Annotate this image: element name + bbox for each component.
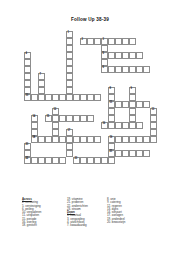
grid-blank: [101, 80, 108, 87]
grid-blank: [24, 122, 31, 129]
grid-cell[interactable]: 23: [73, 157, 80, 164]
grid-blank: [115, 94, 122, 101]
grid-blank: [87, 129, 94, 136]
cell-number: 19: [109, 137, 112, 140]
grid-cell[interactable]: [150, 115, 157, 122]
grid-blank: [24, 31, 31, 38]
cell-number: 7: [39, 74, 40, 77]
grid-cell[interactable]: [66, 87, 73, 94]
grid-blank: [31, 66, 38, 73]
grid-blank: [94, 115, 101, 122]
grid-blank: [87, 108, 94, 115]
grid-blank: [17, 101, 24, 108]
grid-cell[interactable]: [129, 38, 136, 45]
grid-blank: [122, 94, 129, 101]
grid-blank: [17, 38, 24, 45]
grid-cell[interactable]: 9: [129, 87, 136, 94]
grid-blank: [59, 73, 66, 80]
grid-blank: [80, 101, 87, 108]
cell-number: 20: [25, 144, 28, 147]
grid-blank: [80, 45, 87, 52]
grid-cell[interactable]: [129, 150, 136, 157]
grid-cell[interactable]: [24, 73, 31, 80]
grid-cell[interactable]: 22: [24, 157, 31, 164]
grid-blank: [143, 143, 150, 150]
grid-cell[interactable]: [108, 115, 115, 122]
grid-blank: [73, 108, 80, 115]
grid-blank: [59, 87, 66, 94]
grid-cell[interactable]: [129, 108, 136, 115]
grid-blank: [136, 115, 143, 122]
grid-cell[interactable]: [45, 94, 52, 101]
grid-cell[interactable]: 8: [108, 87, 115, 94]
grid-blank: [52, 31, 59, 38]
grid-blank: [17, 108, 24, 115]
grid-blank: [66, 101, 73, 108]
grid-cell[interactable]: [150, 136, 157, 143]
grid-blank: [129, 59, 136, 66]
grid-cell[interactable]: [108, 157, 115, 164]
cell-number: 1: [67, 32, 68, 35]
grid-cell[interactable]: [94, 157, 101, 164]
grid-cell[interactable]: [45, 136, 52, 143]
grid-blank: [150, 73, 157, 80]
grid-blank: [17, 143, 24, 150]
grid-cell[interactable]: [108, 94, 115, 101]
grid-cell[interactable]: [80, 136, 87, 143]
grid-blank: [87, 87, 94, 94]
grid-blank: [31, 45, 38, 52]
grid-blank: [45, 73, 52, 80]
grid-blank: [136, 87, 143, 94]
cell-number: 13: [151, 109, 154, 112]
grid-cell[interactable]: [136, 101, 143, 108]
grid-blank: [45, 143, 52, 150]
grid-blank: [150, 101, 157, 108]
grid-cell[interactable]: [115, 66, 122, 73]
grid-cell[interactable]: 3: [101, 38, 108, 45]
grid-blank: [129, 129, 136, 136]
grid-blank: [31, 87, 38, 94]
grid-cell[interactable]: [129, 94, 136, 101]
grid-cell[interactable]: [38, 94, 45, 101]
grid-cell[interactable]: [101, 59, 108, 66]
cell-number: 6: [102, 67, 103, 70]
grid-blank: [150, 157, 157, 164]
grid-cell[interactable]: [59, 136, 66, 143]
grid-cell[interactable]: [122, 150, 129, 157]
grid-blank: [129, 45, 136, 52]
cell-number: 15: [46, 116, 49, 119]
grid-cell[interactable]: 7: [38, 73, 45, 80]
grid-blank: [143, 38, 150, 45]
grid-blank: [59, 52, 66, 59]
grid-blank: [17, 157, 24, 164]
grid-cell[interactable]: 1: [66, 31, 73, 38]
cell-number: 12: [53, 109, 56, 112]
grid-cell[interactable]: [59, 115, 66, 122]
grid-blank: [45, 66, 52, 73]
grid-blank: [80, 87, 87, 94]
grid-cell[interactable]: [136, 150, 143, 157]
grid-blank: [143, 157, 150, 164]
grid-blank: [80, 143, 87, 150]
grid-blank: [38, 129, 45, 136]
grid-cell[interactable]: 17: [66, 129, 73, 136]
grid-cell[interactable]: [108, 52, 115, 59]
grid-blank: [45, 87, 52, 94]
grid-cell[interactable]: [129, 136, 136, 143]
grid-blank: [87, 66, 94, 73]
grid-cell[interactable]: [115, 101, 122, 108]
cell-number: 11: [109, 102, 112, 105]
grid-cell[interactable]: [143, 66, 150, 73]
grid-blank: [73, 143, 80, 150]
grid-cell[interactable]: [45, 157, 52, 164]
grid-cell[interactable]: 21: [108, 150, 115, 157]
cell-number: 5: [102, 53, 103, 56]
grid-cell[interactable]: [24, 80, 31, 87]
grid-blank: [150, 143, 157, 150]
grid-blank: [122, 31, 129, 38]
grid-cell[interactable]: [122, 136, 129, 143]
grid-blank: [73, 122, 80, 129]
grid-cell[interactable]: [122, 66, 129, 73]
grid-blank: [31, 31, 38, 38]
grid-blank: [115, 87, 122, 94]
cell-number: 17: [67, 130, 70, 133]
grid-blank: [129, 73, 136, 80]
grid-blank: [31, 108, 38, 115]
grid-cell[interactable]: [31, 94, 38, 101]
grid-blank: [94, 80, 101, 87]
grid-cell[interactable]: 19: [108, 136, 115, 143]
grid-blank: [17, 87, 24, 94]
grid-cell[interactable]: [143, 150, 150, 157]
grid-cell[interactable]: [66, 52, 73, 59]
grid-blank: [45, 129, 52, 136]
grid-blank: [150, 66, 157, 73]
grid-cell[interactable]: [87, 94, 94, 101]
grid-blank: [59, 143, 66, 150]
grid-cell[interactable]: [87, 157, 94, 164]
grid-blank: [122, 87, 129, 94]
grid-cell[interactable]: 13: [150, 108, 157, 115]
grid-cell[interactable]: [87, 115, 94, 122]
grid-blank: [17, 31, 24, 38]
grid-cell[interactable]: [108, 66, 115, 73]
grid-cell[interactable]: 20: [24, 143, 31, 150]
grid-cell[interactable]: [66, 80, 73, 87]
grid-blank: [101, 73, 108, 80]
grid-cell[interactable]: [52, 157, 59, 164]
grid-cell[interactable]: [150, 122, 157, 129]
grid-blank: [101, 94, 108, 101]
grid-blank: [17, 122, 24, 129]
grid-cell[interactable]: 16: [101, 122, 108, 129]
grid-blank: [38, 101, 45, 108]
grid-blank: [59, 38, 66, 45]
grid-blank: [38, 122, 45, 129]
grid-blank: [136, 59, 143, 66]
grid-cell[interactable]: [101, 45, 108, 52]
grid-cell[interactable]: 6: [101, 66, 108, 73]
grid-cell[interactable]: [115, 38, 122, 45]
grid-blank: [52, 38, 59, 45]
grid-cell[interactable]: [38, 87, 45, 94]
grid-blank: [31, 59, 38, 66]
grid-cell[interactable]: [31, 129, 38, 136]
grid-cell[interactable]: [38, 136, 45, 143]
grid-blank: [150, 38, 157, 45]
grid-blank: [87, 150, 94, 157]
grid-blank: [73, 101, 80, 108]
grid-blank: [31, 38, 38, 45]
grid-blank: [108, 73, 115, 80]
grid-cell[interactable]: [122, 122, 129, 129]
grid-blank: [87, 31, 94, 38]
grid-blank: [94, 122, 101, 129]
grid-cell[interactable]: [66, 136, 73, 143]
grid-blank: [80, 150, 87, 157]
grid-cell[interactable]: [115, 52, 122, 59]
grid-cell[interactable]: [108, 122, 115, 129]
grid-blank: [52, 80, 59, 87]
grid-blank: [17, 150, 24, 157]
grid-blank: [143, 129, 150, 136]
grid-cell[interactable]: [52, 94, 59, 101]
grid-cell[interactable]: [66, 94, 73, 101]
grid-blank: [31, 150, 38, 157]
grid-blank: [87, 52, 94, 59]
grid-cell[interactable]: [115, 122, 122, 129]
cell-number: 2: [81, 39, 82, 42]
grid-blank: [45, 122, 52, 129]
grid-cell[interactable]: [52, 122, 59, 129]
grid-cell[interactable]: [143, 136, 150, 143]
grid-blank: [122, 108, 129, 115]
grid-blank: [115, 80, 122, 87]
grid-blank: [150, 31, 157, 38]
grid-blank: [45, 150, 52, 157]
grid-blank: [129, 143, 136, 150]
grid-cell[interactable]: 4: [24, 52, 31, 59]
clue-column-3: 8. unie9. catering12. regeren13. dans14.…: [107, 198, 155, 224]
grid-cell[interactable]: [80, 157, 87, 164]
grid-blank: [52, 87, 59, 94]
cell-number: 9: [130, 88, 131, 91]
grid-blank: [94, 108, 101, 115]
grid-blank: [17, 94, 24, 101]
grid-cell[interactable]: [136, 66, 143, 73]
grid-cell[interactable]: [136, 122, 143, 129]
grid-blank: [108, 59, 115, 66]
grid-blank: [38, 52, 45, 59]
grid-blank: [150, 45, 157, 52]
grid-cell[interactable]: [31, 157, 38, 164]
grid-cell[interactable]: [66, 150, 73, 157]
grid-blank: [45, 52, 52, 59]
grid-blank: [73, 45, 80, 52]
grid-blank: [143, 80, 150, 87]
grid-cell[interactable]: [94, 136, 101, 143]
grid-blank: [94, 66, 101, 73]
grid-blank: [80, 59, 87, 66]
grid-blank: [73, 59, 80, 66]
grid-cell[interactable]: [150, 129, 157, 136]
grid-blank: [59, 101, 66, 108]
grid-blank: [17, 73, 24, 80]
grid-blank: [24, 108, 31, 115]
grid-blank: [108, 80, 115, 87]
grid-cell[interactable]: [66, 38, 73, 45]
grid-blank: [115, 31, 122, 38]
grid-blank: [87, 122, 94, 129]
grid-blank: [143, 94, 150, 101]
grid-blank: [31, 73, 38, 80]
grid-cell[interactable]: [24, 66, 31, 73]
cell-number: 22: [25, 158, 28, 161]
grid-blank: [143, 59, 150, 66]
grid-blank: [45, 31, 52, 38]
grid-cell[interactable]: [80, 115, 87, 122]
clue-column-2: 19. vitamine21. proberen22. onderrichten…: [67, 198, 106, 228]
grid-cell[interactable]: [129, 52, 136, 59]
grid-blank: [150, 87, 157, 94]
clue-item: 7. kwaadaardig: [67, 224, 106, 227]
grid-blank: [122, 59, 129, 66]
grid-cell[interactable]: 10: [24, 94, 31, 101]
grid-blank: [143, 52, 150, 59]
grid-blank: [66, 157, 73, 164]
grid-cell[interactable]: [87, 38, 94, 45]
grid-blank: [94, 150, 101, 157]
grid-cell[interactable]: [24, 59, 31, 66]
grid-blank: [17, 80, 24, 87]
grid-blank: [122, 129, 129, 136]
grid-cell[interactable]: [66, 73, 73, 80]
grid-cell[interactable]: [31, 122, 38, 129]
grid-blank: [80, 66, 87, 73]
grid-cell[interactable]: [129, 66, 136, 73]
grid-blank: [80, 31, 87, 38]
grid-cell[interactable]: [38, 80, 45, 87]
grid-blank: [73, 52, 80, 59]
grid-cell[interactable]: [66, 45, 73, 52]
grid-cell[interactable]: [38, 157, 45, 164]
grid-cell[interactable]: 18: [31, 136, 38, 143]
grid-cell[interactable]: [66, 115, 73, 122]
grid-blank: [59, 45, 66, 52]
grid-blank: [66, 122, 73, 129]
grid-cell[interactable]: [66, 59, 73, 66]
grid-blank: [101, 108, 108, 115]
grid-blank: [143, 122, 150, 129]
grid-cell[interactable]: [59, 94, 66, 101]
grid-cell[interactable]: [94, 38, 101, 45]
grid-cell[interactable]: 2: [80, 38, 87, 45]
grid-cell[interactable]: [87, 136, 94, 143]
grid-blank: [136, 108, 143, 115]
grid-blank: [52, 66, 59, 73]
grid-cell[interactable]: [122, 52, 129, 59]
grid-cell[interactable]: 14: [31, 115, 38, 122]
grid-cell[interactable]: [59, 157, 66, 164]
grid-cell[interactable]: [136, 136, 143, 143]
grid-cell[interactable]: [108, 143, 115, 150]
grid-cell[interactable]: [129, 122, 136, 129]
grid-blank: [38, 45, 45, 52]
grid-cell[interactable]: [101, 157, 108, 164]
grid-blank: [143, 31, 150, 38]
grid-blank: [122, 80, 129, 87]
grid-blank: [80, 108, 87, 115]
grid-cell[interactable]: [73, 136, 80, 143]
grid-blank: [73, 80, 80, 87]
grid-cell[interactable]: [122, 101, 129, 108]
grid-blank: [94, 129, 101, 136]
grid-cell[interactable]: [24, 87, 31, 94]
grid-blank: [101, 31, 108, 38]
grid-cell[interactable]: [66, 143, 73, 150]
grid-cell[interactable]: [108, 38, 115, 45]
grid-blank: [59, 80, 66, 87]
grid-cell[interactable]: [80, 94, 87, 101]
grid-cell[interactable]: [73, 115, 80, 122]
grid-blank: [115, 108, 122, 115]
grid-cell[interactable]: [94, 94, 101, 101]
grid-blank: [38, 59, 45, 66]
grid-cell[interactable]: [52, 129, 59, 136]
cell-number: 14: [32, 116, 35, 119]
grid-blank: [115, 129, 122, 136]
grid-cell[interactable]: [108, 108, 115, 115]
grid-cell[interactable]: [136, 52, 143, 59]
grid-cell[interactable]: [73, 94, 80, 101]
grid-blank: [94, 143, 101, 150]
grid-cell[interactable]: [52, 115, 59, 122]
grid-blank: [108, 45, 115, 52]
grid-cell[interactable]: 5: [101, 52, 108, 59]
grid-cell[interactable]: 15: [45, 115, 52, 122]
grid-blank: [143, 115, 150, 122]
grid-blank: [73, 66, 80, 73]
grid-cell[interactable]: [115, 136, 122, 143]
grid-cell[interactable]: [24, 150, 31, 157]
grid-blank: [38, 66, 45, 73]
grid-blank: [115, 143, 122, 150]
grid-blank: [52, 150, 59, 157]
grid-blank: [73, 87, 80, 94]
grid-cell[interactable]: [66, 66, 73, 73]
grid-cell[interactable]: [52, 136, 59, 143]
grid-cell[interactable]: [129, 115, 136, 122]
grid-blank: [129, 31, 136, 38]
grid-cell[interactable]: [122, 38, 129, 45]
cell-number: 18: [32, 137, 35, 140]
grid-blank: [136, 94, 143, 101]
grid-blank: [45, 101, 52, 108]
grid-blank: [73, 129, 80, 136]
grid-cell[interactable]: [143, 101, 150, 108]
grid-cell[interactable]: 12: [52, 108, 59, 115]
grid-blank: [52, 73, 59, 80]
grid-cell[interactable]: [129, 101, 136, 108]
grid-blank: [115, 59, 122, 66]
grid-blank: [73, 31, 80, 38]
grid-cell[interactable]: [115, 150, 122, 157]
grid-cell[interactable]: 11: [108, 101, 115, 108]
